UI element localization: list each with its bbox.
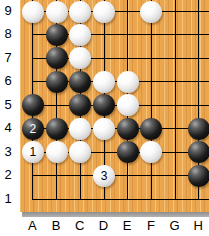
column-label-C: C [72, 219, 88, 233]
stone-black-E4[interactable] [117, 118, 139, 140]
stone-black-D5[interactable] [93, 94, 115, 116]
stone-white-C8[interactable] [69, 24, 91, 46]
stone-white-F3[interactable] [140, 141, 162, 163]
stone-white-C3[interactable] [69, 141, 91, 163]
row-label-9: 9 [0, 3, 16, 19]
grid-line-vertical-G [175, 0, 176, 199]
row-label-3: 3 [0, 144, 16, 160]
stone-white-A9[interactable] [22, 1, 44, 23]
grid-line-horizontal-2 [32, 175, 209, 176]
stone-black-B7[interactable] [46, 47, 68, 69]
column-label-A: A [24, 219, 40, 233]
stone-white-E5[interactable] [117, 94, 139, 116]
stone-white-A3[interactable]: 1 [22, 141, 44, 163]
go-app-window: 213 987654321 ABCDEFGH [0, 0, 209, 236]
row-label-5: 5 [0, 97, 16, 113]
stone-white-C4[interactable] [69, 118, 91, 140]
row-label-1: 1 [0, 191, 16, 207]
column-label-E: E [119, 219, 135, 233]
stone-black-C5[interactable] [69, 94, 91, 116]
stone-black-A5[interactable] [22, 94, 44, 116]
row-label-7: 7 [0, 50, 16, 66]
stone-white-C9[interactable] [69, 1, 91, 23]
stone-black-H4[interactable] [188, 118, 209, 140]
stone-black-H2[interactable] [188, 165, 209, 187]
column-label-D: D [96, 219, 112, 233]
grid-line-vertical-F [151, 0, 152, 199]
stone-black-E3[interactable] [117, 141, 139, 163]
go-board[interactable]: 213 [20, 0, 209, 212]
stone-black-B8[interactable] [46, 24, 68, 46]
stone-black-A4[interactable]: 2 [22, 118, 44, 140]
row-label-4: 4 [0, 120, 16, 136]
stone-white-F9[interactable] [140, 1, 162, 23]
stone-black-F4[interactable] [140, 118, 162, 140]
move-number-label: 2 [30, 118, 37, 140]
board-shadow [22, 212, 209, 217]
column-label-H: H [190, 219, 206, 233]
stone-black-H3[interactable] [188, 141, 209, 163]
column-label-G: G [167, 219, 183, 233]
column-label-B: B [48, 219, 64, 233]
row-label-6: 6 [0, 73, 16, 89]
stone-white-B9[interactable] [46, 1, 68, 23]
stone-white-D2[interactable]: 3 [93, 165, 115, 187]
move-number-label: 3 [101, 165, 108, 187]
row-label-8: 8 [0, 26, 16, 42]
stone-white-D9[interactable] [93, 1, 115, 23]
move-number-label: 1 [30, 141, 37, 163]
stone-white-C7[interactable] [69, 47, 91, 69]
grid-line-horizontal-1 [32, 199, 209, 200]
stone-black-C6[interactable] [69, 71, 91, 93]
stone-white-D6[interactable] [93, 71, 115, 93]
stone-white-D4[interactable] [93, 118, 115, 140]
stone-black-B6[interactable] [46, 71, 68, 93]
row-label-2: 2 [0, 167, 16, 183]
stone-white-B3[interactable] [46, 141, 68, 163]
column-label-F: F [143, 219, 159, 233]
stone-white-E6[interactable] [117, 71, 139, 93]
stone-black-B4[interactable] [46, 118, 68, 140]
